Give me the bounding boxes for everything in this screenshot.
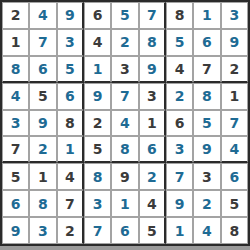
- cell-r6c8[interactable]: 9: [193, 136, 220, 163]
- cell-r3c4[interactable]: 1: [84, 56, 111, 83]
- cell-r5c8[interactable]: 5: [193, 110, 220, 137]
- cell-r2c1[interactable]: 1: [2, 29, 29, 56]
- cell-r5c6[interactable]: 1: [139, 110, 166, 137]
- cell-r2c7[interactable]: 5: [166, 29, 193, 56]
- cell-r9c1[interactable]: 9: [2, 217, 29, 244]
- cell-r8c5[interactable]: 1: [111, 190, 138, 217]
- cell-r3c5[interactable]: 3: [111, 56, 138, 83]
- cell-r5c1[interactable]: 3: [2, 110, 29, 137]
- cell-r4c1[interactable]: 4: [2, 83, 29, 110]
- cell-r9c7[interactable]: 1: [166, 217, 193, 244]
- cell-r1c8[interactable]: 1: [193, 2, 220, 29]
- cell-r4c6[interactable]: 3: [139, 83, 166, 110]
- cell-r4c8[interactable]: 8: [193, 83, 220, 110]
- cell-r9c2[interactable]: 3: [29, 217, 56, 244]
- cell-r8c1[interactable]: 6: [2, 190, 29, 217]
- cell-r8c8[interactable]: 2: [193, 190, 220, 217]
- cell-r6c5[interactable]: 8: [111, 136, 138, 163]
- cell-r1c2[interactable]: 4: [29, 2, 56, 29]
- cell-r7c9[interactable]: 6: [221, 163, 248, 190]
- cell-r1c6[interactable]: 7: [139, 2, 166, 29]
- cell-r2c4[interactable]: 4: [84, 29, 111, 56]
- cell-r7c1[interactable]: 5: [2, 163, 29, 190]
- cell-r4c9[interactable]: 1: [221, 83, 248, 110]
- cell-r6c3[interactable]: 1: [57, 136, 84, 163]
- cell-r2c8[interactable]: 6: [193, 29, 220, 56]
- cell-r6c6[interactable]: 6: [139, 136, 166, 163]
- cell-r6c2[interactable]: 2: [29, 136, 56, 163]
- cell-r4c2[interactable]: 5: [29, 83, 56, 110]
- cell-r9c6[interactable]: 5: [139, 217, 166, 244]
- cell-r9c3[interactable]: 2: [57, 217, 84, 244]
- cell-r2c9[interactable]: 9: [221, 29, 248, 56]
- cell-r8c2[interactable]: 8: [29, 190, 56, 217]
- cell-r4c4[interactable]: 9: [84, 83, 111, 110]
- cell-r8c4[interactable]: 3: [84, 190, 111, 217]
- cell-r1c4[interactable]: 6: [84, 2, 111, 29]
- cell-r5c2[interactable]: 9: [29, 110, 56, 137]
- cell-r3c1[interactable]: 8: [2, 56, 29, 83]
- cell-r3c8[interactable]: 7: [193, 56, 220, 83]
- cell-r1c5[interactable]: 5: [111, 2, 138, 29]
- cell-r4c5[interactable]: 7: [111, 83, 138, 110]
- cell-r7c8[interactable]: 3: [193, 163, 220, 190]
- cell-r9c4[interactable]: 7: [84, 217, 111, 244]
- cell-r8c6[interactable]: 4: [139, 190, 166, 217]
- cell-r6c4[interactable]: 5: [84, 136, 111, 163]
- cell-r4c3[interactable]: 6: [57, 83, 84, 110]
- cell-r5c7[interactable]: 6: [166, 110, 193, 137]
- cell-r8c7[interactable]: 9: [166, 190, 193, 217]
- cell-r6c1[interactable]: 7: [2, 136, 29, 163]
- cell-r3c3[interactable]: 5: [57, 56, 84, 83]
- cell-r7c2[interactable]: 1: [29, 163, 56, 190]
- cell-r3c2[interactable]: 6: [29, 56, 56, 83]
- cell-r7c5[interactable]: 9: [111, 163, 138, 190]
- cell-r1c9[interactable]: 3: [221, 2, 248, 29]
- cell-r3c9[interactable]: 2: [221, 56, 248, 83]
- cell-r6c9[interactable]: 4: [221, 136, 248, 163]
- cell-r1c3[interactable]: 9: [57, 2, 84, 29]
- cell-r3c7[interactable]: 4: [166, 56, 193, 83]
- cell-r8c3[interactable]: 7: [57, 190, 84, 217]
- sudoku-board: 2496578131734285698651394724569732813982…: [0, 0, 250, 246]
- cell-r7c3[interactable]: 4: [57, 163, 84, 190]
- cell-r2c2[interactable]: 7: [29, 29, 56, 56]
- cell-r1c1[interactable]: 2: [2, 2, 29, 29]
- cell-r7c4[interactable]: 8: [84, 163, 111, 190]
- cell-r8c9[interactable]: 5: [221, 190, 248, 217]
- cell-r9c9[interactable]: 8: [221, 217, 248, 244]
- cell-r1c7[interactable]: 8: [166, 2, 193, 29]
- cell-r5c4[interactable]: 2: [84, 110, 111, 137]
- cell-r7c6[interactable]: 2: [139, 163, 166, 190]
- cell-r5c3[interactable]: 8: [57, 110, 84, 137]
- cell-r5c9[interactable]: 7: [221, 110, 248, 137]
- cell-r2c6[interactable]: 8: [139, 29, 166, 56]
- cell-r9c8[interactable]: 4: [193, 217, 220, 244]
- cell-r2c5[interactable]: 2: [111, 29, 138, 56]
- cell-r5c5[interactable]: 4: [111, 110, 138, 137]
- cell-r4c7[interactable]: 2: [166, 83, 193, 110]
- cell-r7c7[interactable]: 7: [166, 163, 193, 190]
- cell-r3c6[interactable]: 9: [139, 56, 166, 83]
- sudoku-board-wrap: 2496578131734285698651394724569732813982…: [0, 0, 250, 250]
- cell-r9c5[interactable]: 6: [111, 217, 138, 244]
- cell-r2c3[interactable]: 3: [57, 29, 84, 56]
- cell-r6c7[interactable]: 3: [166, 136, 193, 163]
